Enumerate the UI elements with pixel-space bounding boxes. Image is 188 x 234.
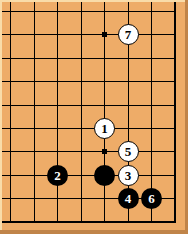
bevel-right-shadow	[185, 0, 188, 234]
grid-line-horizontal	[0, 128, 176, 129]
grid-line-horizontal	[0, 58, 176, 59]
grid-line-horizontal	[0, 81, 176, 82]
grid-line-horizontal	[0, 151, 176, 152]
grid-line-horizontal	[0, 11, 176, 12]
bevel-bottom-shadow	[0, 230, 188, 234]
stone-black-4: 4	[118, 188, 139, 209]
bevel-left-highlight	[0, 0, 2, 234]
stone-black-2: 2	[47, 165, 68, 186]
stone-label: 7	[125, 28, 132, 41]
grid-line-horizontal	[0, 105, 176, 106]
stone-label: 5	[125, 145, 132, 158]
stone-black-6: 6	[141, 188, 162, 209]
stone-label: 6	[148, 192, 155, 205]
board-edge-bottom	[0, 221, 176, 223]
bevel-top-highlight	[0, 0, 188, 2]
stone-black-unnumbered	[94, 165, 115, 186]
stone-label: 4	[125, 192, 132, 205]
stone-label: 3	[125, 169, 132, 182]
stone-white-1: 1	[94, 118, 115, 139]
go-diagram: 7152346	[0, 0, 188, 234]
stone-white-5: 5	[118, 141, 139, 162]
stone-label: 1	[101, 122, 108, 135]
star-point	[102, 32, 107, 37]
stone-white-7: 7	[118, 24, 139, 45]
grid-line-horizontal	[0, 34, 176, 35]
stone-label: 2	[54, 169, 61, 182]
go-board: 7152346	[0, 0, 188, 234]
stone-white-3: 3	[118, 165, 139, 186]
star-point	[102, 149, 107, 154]
grid-line-horizontal	[0, 175, 176, 176]
